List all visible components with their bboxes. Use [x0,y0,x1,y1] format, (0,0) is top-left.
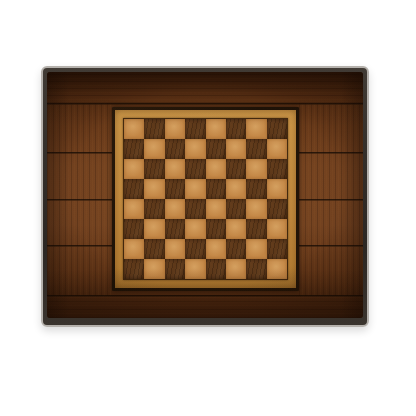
square-a5[interactable] [124,179,144,199]
square-c4[interactable] [165,199,185,219]
square-c7[interactable] [165,139,185,159]
square-h2[interactable] [267,239,287,259]
square-a4[interactable] [124,199,144,219]
square-e3[interactable] [206,219,226,239]
square-e5[interactable] [206,179,226,199]
checkerboard [123,118,288,280]
square-b7[interactable] [144,139,164,159]
square-b1[interactable] [144,259,164,279]
square-g3[interactable] [246,219,266,239]
game-table-top [41,66,369,327]
square-e2[interactable] [206,239,226,259]
square-h3[interactable] [267,219,287,239]
square-f6[interactable] [226,159,246,179]
board-inlay-frame [112,107,299,291]
square-e1[interactable] [206,259,226,279]
wood-grain-overlay [47,72,363,103]
square-b3[interactable] [144,219,164,239]
board-border [115,110,296,288]
square-g5[interactable] [246,179,266,199]
square-h8[interactable] [267,119,287,139]
square-g6[interactable] [246,159,266,179]
square-f1[interactable] [226,259,246,279]
square-c3[interactable] [165,219,185,239]
square-c6[interactable] [165,159,185,179]
square-a1[interactable] [124,259,144,279]
square-d6[interactable] [185,159,205,179]
square-e8[interactable] [206,119,226,139]
square-h7[interactable] [267,139,287,159]
square-f7[interactable] [226,139,246,159]
square-f2[interactable] [226,239,246,259]
square-f8[interactable] [226,119,246,139]
square-e4[interactable] [206,199,226,219]
square-d8[interactable] [185,119,205,139]
plank-seam [47,295,363,297]
wood-grain-overlay [47,295,363,318]
square-f4[interactable] [226,199,246,219]
square-g1[interactable] [246,259,266,279]
square-b8[interactable] [144,119,164,139]
square-c5[interactable] [165,179,185,199]
square-f5[interactable] [226,179,246,199]
square-d3[interactable] [185,219,205,239]
square-a6[interactable] [124,159,144,179]
square-g8[interactable] [246,119,266,139]
square-d7[interactable] [185,139,205,159]
square-a3[interactable] [124,219,144,239]
plank-seam [47,103,363,105]
plank-seam [47,245,112,247]
square-c2[interactable] [165,239,185,259]
square-a2[interactable] [124,239,144,259]
square-a8[interactable] [124,119,144,139]
square-a7[interactable] [124,139,144,159]
square-g7[interactable] [246,139,266,159]
square-h5[interactable] [267,179,287,199]
square-d4[interactable] [185,199,205,219]
square-g4[interactable] [246,199,266,219]
walnut-table-surface [47,72,363,318]
plank-seam [47,199,112,201]
square-d1[interactable] [185,259,205,279]
square-b2[interactable] [144,239,164,259]
square-c8[interactable] [165,119,185,139]
square-e7[interactable] [206,139,226,159]
square-e6[interactable] [206,159,226,179]
plank-seam [299,245,363,247]
square-b5[interactable] [144,179,164,199]
square-g2[interactable] [246,239,266,259]
square-b4[interactable] [144,199,164,219]
square-f3[interactable] [226,219,246,239]
plank-seam [47,152,112,154]
square-b6[interactable] [144,159,164,179]
square-d2[interactable] [185,239,205,259]
plank-seam [299,152,363,154]
square-h6[interactable] [267,159,287,179]
photo-background [0,0,416,416]
square-h4[interactable] [267,199,287,219]
square-h1[interactable] [267,259,287,279]
square-d5[interactable] [185,179,205,199]
plank-seam [299,199,363,201]
square-c1[interactable] [165,259,185,279]
